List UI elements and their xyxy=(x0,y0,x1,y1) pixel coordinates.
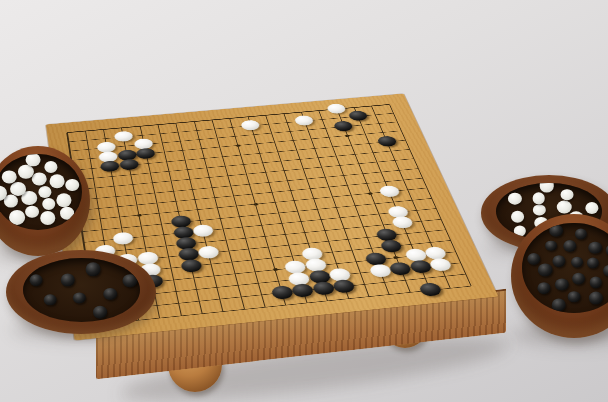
black-stone-in-bowl xyxy=(589,277,601,288)
black-stone-in-bowl xyxy=(93,306,107,318)
black-stone-in-bowl xyxy=(527,253,540,265)
intersection xyxy=(458,279,484,293)
intersection xyxy=(211,304,235,318)
bowl-left-white xyxy=(0,146,90,256)
black-stone-in-bowl xyxy=(563,240,576,252)
black-stone-in-bowl xyxy=(104,288,118,300)
hoshi-point xyxy=(253,203,258,206)
white-stone-in-bowl xyxy=(560,189,573,201)
hoshi-point xyxy=(273,268,279,271)
black-stone-in-bowl xyxy=(572,272,586,285)
white-stone-in-bowl xyxy=(25,206,39,218)
black-stone-in-bowl xyxy=(538,264,553,277)
white-stone-in-bowl xyxy=(10,181,26,195)
bowl-cavity xyxy=(23,258,140,322)
black-stone-in-bowl xyxy=(550,225,564,237)
goban-scene xyxy=(0,0,608,402)
black-stone-in-bowl xyxy=(588,242,602,254)
black-stone-in-bowl xyxy=(571,256,583,267)
black-stone-in-bowl xyxy=(553,255,566,267)
black-stone-in-bowl xyxy=(589,291,603,304)
black-stone-in-bowl xyxy=(568,291,581,302)
white-stone-in-bowl xyxy=(9,210,25,224)
hoshi-point xyxy=(137,214,142,217)
white-stone-in-bowl xyxy=(585,202,598,214)
white-stone-in-bowl xyxy=(49,175,64,188)
hoshi-point xyxy=(236,144,241,147)
black-stone-in-bowl xyxy=(44,294,57,305)
white-stone-in-bowl xyxy=(44,162,57,174)
white-stone-in-bowl xyxy=(18,164,34,179)
black-stone-in-bowl xyxy=(545,240,557,251)
white-stone-in-bowl xyxy=(540,183,554,192)
black-stone-in-bowl xyxy=(575,229,587,240)
white-stone-in-bowl xyxy=(38,186,51,198)
bowl-right-black xyxy=(511,214,608,338)
black-stone-in-bowl xyxy=(30,274,43,286)
white-stone-in-bowl xyxy=(32,172,47,185)
black-stone-in-bowl xyxy=(603,264,608,277)
hoshi-point xyxy=(345,134,350,137)
black-stone-in-bowl xyxy=(587,258,599,269)
white-stone-in-bowl xyxy=(508,192,522,205)
intersection xyxy=(169,309,193,324)
bowl-cavity xyxy=(0,154,82,230)
black-stone-in-bowl xyxy=(552,298,567,311)
black-stone-in-bowl xyxy=(73,292,85,303)
white-stone-in-bowl xyxy=(4,195,18,208)
white-stone-in-bowl xyxy=(42,198,56,210)
black-stone-in-bowl xyxy=(538,282,551,294)
white-stone-in-bowl xyxy=(22,191,38,205)
black-stone-in-bowl xyxy=(86,263,101,276)
white-stone-in-bowl xyxy=(2,171,17,184)
black-stone-in-bowl xyxy=(555,278,569,291)
white-stone-in-bowl xyxy=(56,193,71,207)
hoshi-point xyxy=(393,256,399,259)
hoshi-point xyxy=(368,192,373,195)
white-stone-in-bowl xyxy=(533,193,546,204)
black-stone-in-bowl xyxy=(60,273,74,286)
white-stone-in-bowl xyxy=(65,179,79,191)
lid-left-black xyxy=(6,250,156,334)
white-stone-in-bowl xyxy=(26,154,41,166)
intersection xyxy=(190,306,214,320)
white-stone-in-bowl xyxy=(557,201,571,214)
white-stone-in-bowl xyxy=(40,211,56,225)
